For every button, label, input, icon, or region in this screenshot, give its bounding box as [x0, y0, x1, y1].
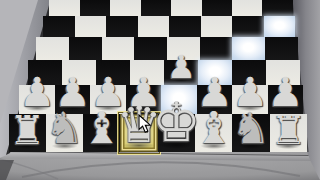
square-d6[interactable]	[141, 0, 171, 16]
square-c4[interactable]	[102, 37, 135, 60]
white-rook-h1[interactable]: ♜	[270, 110, 306, 150]
square-f6[interactable]	[202, 0, 232, 16]
rank-6	[49, 0, 293, 16]
mouse-cursor	[138, 114, 152, 134]
white-knight-b1[interactable]: ♞	[45, 107, 84, 150]
white-pawn-h2[interactable]: ♟	[268, 72, 304, 112]
rank-5	[43, 16, 295, 37]
white-rook-a1[interactable]: ♜	[9, 110, 45, 150]
white-knight-g1[interactable]: ♞	[232, 107, 271, 150]
white-bishop-f1[interactable]: ♝	[194, 106, 233, 150]
square-b4[interactable]	[69, 37, 102, 60]
square-b5[interactable]	[75, 16, 106, 37]
square-f4[interactable]	[200, 37, 233, 60]
square-e5[interactable]	[169, 16, 200, 37]
white-pawn-e3[interactable]: ♟	[167, 51, 196, 83]
square-g6[interactable]	[232, 0, 262, 16]
chess-3d-scene: ♜♞♝♛♚♝♞♜♟♟♟♟♟♟♟♟	[0, 0, 320, 180]
square-d5[interactable]	[138, 16, 169, 37]
square-g5[interactable]	[232, 16, 263, 37]
square-c6[interactable]	[110, 0, 140, 16]
square-e6[interactable]	[171, 0, 201, 16]
square-h5[interactable]	[264, 16, 295, 37]
square-f5[interactable]	[201, 16, 232, 37]
square-b6[interactable]	[80, 0, 110, 16]
square-c5[interactable]	[106, 16, 137, 37]
square-a4[interactable]	[36, 37, 69, 60]
square-h4[interactable]	[265, 37, 298, 60]
square-h6[interactable]	[262, 0, 292, 16]
square-a6[interactable]	[49, 0, 79, 16]
square-a5[interactable]	[43, 16, 74, 37]
square-d4[interactable]	[134, 37, 167, 60]
white-bishop-c1[interactable]: ♝	[82, 106, 121, 150]
square-g4[interactable]	[232, 37, 265, 60]
